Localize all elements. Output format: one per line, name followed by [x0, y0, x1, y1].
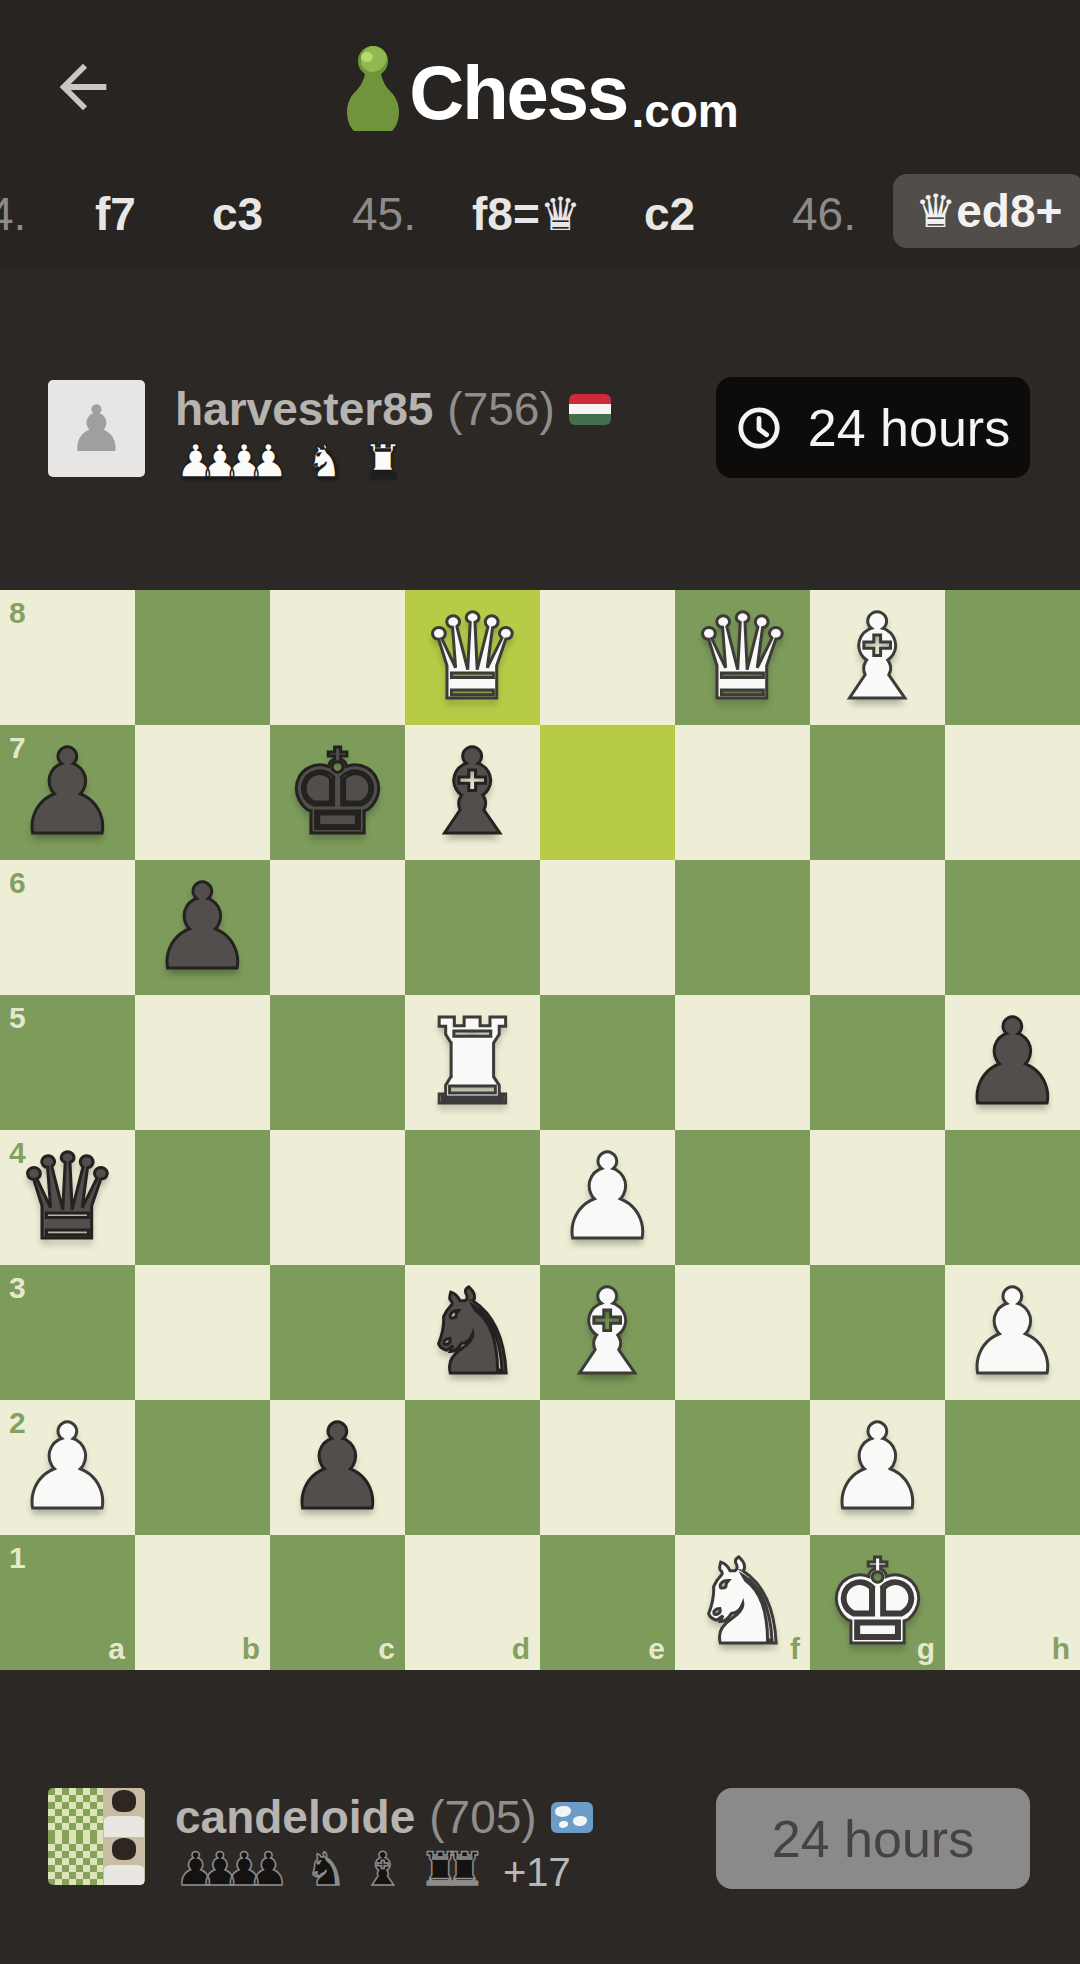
player-username: candeloide	[175, 1790, 415, 1844]
piece-black-queen[interactable]: ♛	[15, 1130, 121, 1265]
square-a7[interactable]: 7♟	[0, 725, 135, 860]
move-list-bar: 4. f7 c3 45. f8=♛ c2 46. ♛ed8+	[0, 170, 1080, 270]
piece-white-pawn[interactable]: ♟	[825, 1400, 931, 1535]
piece-white-bishop[interactable]: ♝	[555, 1265, 661, 1400]
captured-piece-group: ♟♟♟♟	[175, 1846, 289, 1892]
square-e1[interactable]: e	[540, 1535, 675, 1670]
rank-label-5: 5	[9, 1003, 26, 1033]
piece-black-pawn[interactable]: ♟	[150, 860, 256, 995]
piece-white-pawn[interactable]: ♟	[960, 1265, 1066, 1400]
square-d3[interactable]: ♞	[405, 1265, 540, 1400]
square-f1[interactable]: f♞	[675, 1535, 810, 1670]
captured-piece-group: ♝	[362, 1846, 403, 1892]
rank-label-6: 6	[9, 868, 26, 898]
square-d6[interactable]	[405, 860, 540, 995]
avatar-portrait-thumb	[103, 1837, 145, 1886]
square-e2[interactable]	[540, 1400, 675, 1535]
square-d5[interactable]: ♜	[405, 995, 540, 1130]
square-f7[interactable]	[675, 725, 810, 860]
player-avatar[interactable]	[48, 1788, 145, 1885]
rank-label-1: 1	[9, 1543, 26, 1573]
move-item[interactable]: f7	[95, 184, 136, 244]
rank-label-8: 8	[9, 598, 26, 628]
file-label-g: g	[917, 1634, 935, 1664]
square-a3[interactable]: 3	[0, 1265, 135, 1400]
captured-piece-group: ♜♜	[419, 1846, 484, 1892]
player-rating: (705)	[429, 1790, 536, 1844]
square-f2[interactable]	[675, 1400, 810, 1535]
square-a6[interactable]: 6	[0, 860, 135, 995]
square-e8[interactable]	[540, 590, 675, 725]
hungary-flag-icon	[569, 394, 611, 425]
pawn-logo-icon	[341, 42, 405, 142]
file-label-f: f	[790, 1634, 800, 1664]
square-c3[interactable]	[270, 1265, 405, 1400]
square-c6[interactable]	[270, 860, 405, 995]
rank-label-3: 3	[9, 1273, 26, 1303]
clock-icon	[736, 405, 782, 451]
square-g6[interactable]	[810, 860, 945, 995]
piece-white-pawn[interactable]: ♟	[15, 1400, 121, 1535]
piece-white-queen[interactable]: ♛	[690, 590, 796, 725]
square-c7[interactable]: ♚	[270, 725, 405, 860]
player-captured-pieces: ♟♟♟♟♞♝♜♜+17	[175, 1842, 571, 1892]
square-h1[interactable]: h	[945, 1535, 1080, 1670]
opponent-username: harvester85	[175, 382, 433, 436]
square-b6[interactable]: ♟	[135, 860, 270, 995]
avatar-photo	[48, 1837, 145, 1886]
chesscom-logo: Chess .com	[0, 36, 1080, 148]
move-item[interactable]: c2	[644, 184, 695, 244]
move-number: 46.	[792, 184, 856, 244]
square-d2[interactable]	[405, 1400, 540, 1535]
captured-piece-group: ♞	[305, 1846, 346, 1892]
square-g2[interactable]: ♟	[810, 1400, 945, 1535]
square-b7[interactable]	[135, 725, 270, 860]
piece-white-knight[interactable]: ♞	[690, 1535, 796, 1670]
move-number: 4.	[0, 184, 26, 244]
file-label-a: a	[108, 1634, 125, 1664]
square-h7[interactable]	[945, 725, 1080, 860]
piece-black-pawn[interactable]: ♟	[15, 725, 121, 860]
opponent-clock-button[interactable]: 24 hours	[716, 377, 1030, 478]
square-c4[interactable]	[270, 1130, 405, 1265]
square-e5[interactable]	[540, 995, 675, 1130]
square-h4[interactable]	[945, 1130, 1080, 1265]
chess-app: Chess .com 4. f7 c3 45. f8=♛ c2 46. ♛ed8…	[0, 0, 1080, 1964]
square-b5[interactable]	[135, 995, 270, 1130]
piece-white-bishop[interactable]: ♝	[825, 590, 931, 725]
square-g3[interactable]	[810, 1265, 945, 1400]
square-b8[interactable]	[135, 590, 270, 725]
square-f6[interactable]	[675, 860, 810, 995]
move-item[interactable]: c3	[212, 184, 263, 244]
piece-white-queen[interactable]: ♛	[420, 590, 526, 725]
square-f5[interactable]	[675, 995, 810, 1130]
piece-black-knight[interactable]: ♞	[420, 1265, 526, 1400]
default-avatar-pawn-icon: ♟	[68, 397, 125, 461]
square-g7[interactable]	[810, 725, 945, 860]
square-e7[interactable]	[540, 725, 675, 860]
square-d1[interactable]: d	[405, 1535, 540, 1670]
move-item-promotion[interactable]: f8=♛	[472, 184, 581, 244]
square-h8[interactable]	[945, 590, 1080, 725]
avatar-portrait-thumb	[103, 1788, 145, 1837]
square-a4[interactable]: 4♛	[0, 1130, 135, 1265]
piece-white-rook[interactable]: ♜	[420, 995, 526, 1130]
rank-label-4: 4	[9, 1138, 26, 1168]
file-label-b: b	[242, 1634, 260, 1664]
square-c2[interactable]: ♟	[270, 1400, 405, 1535]
square-a1[interactable]: 1a	[0, 1535, 135, 1670]
square-e6[interactable]	[540, 860, 675, 995]
avatar-photo	[48, 1788, 145, 1837]
rank-label-2: 2	[9, 1408, 26, 1438]
material-advantage: +17	[501, 1839, 571, 1895]
captured-piece-group: ♜	[362, 438, 403, 484]
square-f8[interactable]: ♛	[675, 590, 810, 725]
square-b2[interactable]	[135, 1400, 270, 1535]
captured-piece-group: ♞	[305, 438, 346, 484]
piece-white-pawn[interactable]: ♟	[555, 1130, 661, 1265]
file-label-d: d	[512, 1634, 530, 1664]
player-name-line[interactable]: candeloide (705)	[175, 1791, 593, 1843]
square-b4[interactable]	[135, 1130, 270, 1265]
logo-text-chess: Chess	[409, 49, 627, 136]
opponent-rating: (756)	[447, 382, 554, 436]
current-move-pill[interactable]: ♛ed8+	[893, 174, 1080, 248]
square-f4[interactable]	[675, 1130, 810, 1265]
player-clock-button[interactable]: 24 hours	[716, 1788, 1030, 1889]
piece-black-king[interactable]: ♚	[285, 725, 391, 860]
square-a2[interactable]: 2♟	[0, 1400, 135, 1535]
avatar-chessboard-thumb	[48, 1788, 103, 1837]
player-time: 24 hours	[772, 1809, 974, 1869]
move-number: 45.	[352, 184, 416, 244]
square-d8[interactable]: ♛	[405, 590, 540, 725]
square-h2[interactable]	[945, 1400, 1080, 1535]
square-h3[interactable]: ♟	[945, 1265, 1080, 1400]
square-d4[interactable]	[405, 1130, 540, 1265]
square-f3[interactable]	[675, 1265, 810, 1400]
piece-black-bishop[interactable]: ♝	[420, 725, 526, 860]
opponent-name-line[interactable]: harvester85 (756)	[175, 383, 611, 435]
square-d7[interactable]: ♝	[405, 725, 540, 860]
square-c1[interactable]: c	[270, 1535, 405, 1670]
square-g5[interactable]	[810, 995, 945, 1130]
board: 8♛♛♝7♟♚♝6♟5♜♟4♛♟3♞♝♟2♟♟♟1abcdef♞g♚h	[0, 590, 1080, 1670]
square-b1[interactable]: b	[135, 1535, 270, 1670]
square-a5[interactable]: 5	[0, 995, 135, 1130]
square-g8[interactable]: ♝	[810, 590, 945, 725]
file-label-e: e	[648, 1634, 665, 1664]
square-b3[interactable]	[135, 1265, 270, 1400]
square-a8[interactable]: 8	[0, 590, 135, 725]
captured-piece-group: ♟♟♟♟	[175, 438, 289, 484]
logo-text-com: .com	[631, 84, 738, 148]
opponent-avatar[interactable]: ♟	[48, 380, 145, 477]
file-label-h: h	[1052, 1634, 1070, 1664]
world-flag-icon	[551, 1802, 593, 1833]
square-g4[interactable]	[810, 1130, 945, 1265]
square-h6[interactable]	[945, 860, 1080, 995]
square-e3[interactable]: ♝	[540, 1265, 675, 1400]
square-c8[interactable]	[270, 590, 405, 725]
square-c5[interactable]	[270, 995, 405, 1130]
piece-white-king[interactable]: ♚	[825, 1535, 931, 1670]
opponent-captured-pieces: ♟♟♟♟♞♜	[175, 434, 403, 484]
square-g1[interactable]: g♚	[810, 1535, 945, 1670]
opponent-time: 24 hours	[808, 398, 1010, 458]
piece-black-pawn[interactable]: ♟	[285, 1400, 391, 1535]
rank-label-7: 7	[9, 733, 26, 763]
square-h5[interactable]: ♟	[945, 995, 1080, 1130]
avatar-chessboard-thumb	[48, 1837, 103, 1886]
square-e4[interactable]: ♟	[540, 1130, 675, 1265]
file-label-c: c	[378, 1634, 395, 1664]
piece-black-pawn[interactable]: ♟	[960, 995, 1066, 1130]
